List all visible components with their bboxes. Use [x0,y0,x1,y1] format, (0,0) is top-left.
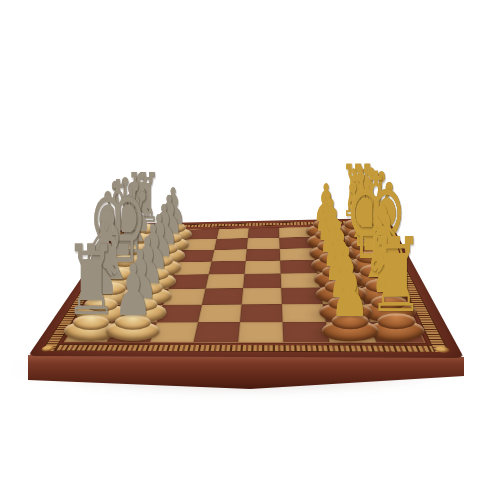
piece-glyph: ♟ [330,255,370,326]
piece-glyph: ♜ [369,228,424,325]
piece-glyph: ♟ [113,258,151,326]
piece-glyph: ♜ [65,234,117,326]
pieces-layer: ♜♜♞♞♝♝♛♛♚♚♝♝♞♞♜♜♟♟♟♟♟♟♟♟♟♟♟♟♟♟♟♟ [0,0,480,480]
product-photo-scene: ♜♜♞♞♝♝♛♛♚♚♝♝♞♞♜♜♟♟♟♟♟♟♟♟♟♟♟♟♟♟♟♟ [0,0,480,480]
